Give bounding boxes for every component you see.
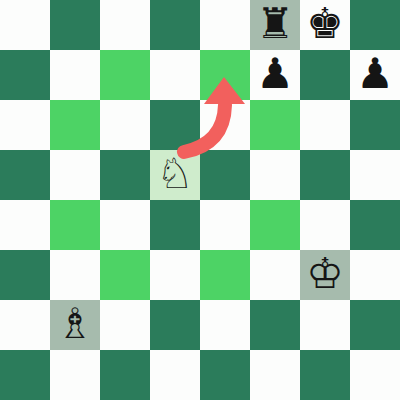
square-e5[interactable] [200,150,250,200]
square-h3[interactable] [350,250,400,300]
square-h7[interactable]: ♟ [350,50,400,100]
square-f1[interactable] [250,350,300,400]
square-b3[interactable] [50,250,100,300]
square-a2[interactable] [0,300,50,350]
square-g5[interactable] [300,150,350,200]
square-a3[interactable] [0,250,50,300]
square-a8[interactable] [0,0,50,50]
square-h6[interactable] [350,100,400,150]
chess-board: ♜♚♟♟♘♔♗ [0,0,400,400]
square-g7[interactable] [300,50,350,100]
square-h5[interactable] [350,150,400,200]
board-wrapper: ♜♚♟♟♘♔♗ [0,0,400,400]
square-b5[interactable] [50,150,100,200]
square-e1[interactable] [200,350,250,400]
square-f6[interactable] [250,100,300,150]
square-b6[interactable] [50,100,100,150]
black-king-icon[interactable]: ♚ [306,3,344,45]
square-d5[interactable]: ♘ [150,150,200,200]
square-d7[interactable] [150,50,200,100]
square-c4[interactable] [100,200,150,250]
square-f2[interactable] [250,300,300,350]
square-e4[interactable] [200,200,250,250]
square-c2[interactable] [100,300,150,350]
square-g3[interactable]: ♔ [300,250,350,300]
square-e3[interactable] [200,250,250,300]
square-e7[interactable] [200,50,250,100]
white-king-icon[interactable]: ♔ [306,253,344,295]
square-a5[interactable] [0,150,50,200]
square-g2[interactable] [300,300,350,350]
square-b4[interactable] [50,200,100,250]
square-c3[interactable] [100,250,150,300]
square-f3[interactable] [250,250,300,300]
square-d8[interactable] [150,0,200,50]
square-h4[interactable] [350,200,400,250]
square-h2[interactable] [350,300,400,350]
square-a7[interactable] [0,50,50,100]
square-c1[interactable] [100,350,150,400]
square-c7[interactable] [100,50,150,100]
square-d1[interactable] [150,350,200,400]
square-e8[interactable] [200,0,250,50]
square-b1[interactable] [50,350,100,400]
square-f4[interactable] [250,200,300,250]
square-g1[interactable] [300,350,350,400]
square-g8[interactable]: ♚ [300,0,350,50]
square-a4[interactable] [0,200,50,250]
black-rook-icon[interactable]: ♜ [256,3,294,45]
square-e6[interactable] [200,100,250,150]
white-knight-icon[interactable]: ♘ [156,153,194,195]
square-e2[interactable] [200,300,250,350]
square-d6[interactable] [150,100,200,150]
square-d3[interactable] [150,250,200,300]
black-pawn-icon[interactable]: ♟ [256,53,294,95]
square-a6[interactable] [0,100,50,150]
square-c6[interactable] [100,100,150,150]
square-b8[interactable] [50,0,100,50]
square-b2[interactable]: ♗ [50,300,100,350]
square-c8[interactable] [100,0,150,50]
square-g6[interactable] [300,100,350,150]
square-g4[interactable] [300,200,350,250]
square-f8[interactable]: ♜ [250,0,300,50]
square-a1[interactable] [0,350,50,400]
square-d2[interactable] [150,300,200,350]
square-d4[interactable] [150,200,200,250]
square-h1[interactable] [350,350,400,400]
square-c5[interactable] [100,150,150,200]
square-b7[interactable] [50,50,100,100]
square-h8[interactable] [350,0,400,50]
square-f7[interactable]: ♟ [250,50,300,100]
white-bishop-icon[interactable]: ♗ [56,303,94,345]
black-pawn-icon[interactable]: ♟ [356,53,394,95]
square-f5[interactable] [250,150,300,200]
